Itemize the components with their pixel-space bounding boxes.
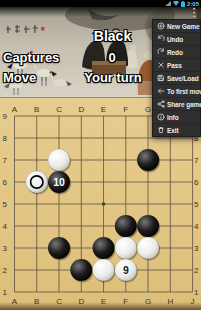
captures-value: 0 xyxy=(95,51,129,65)
battery-icon xyxy=(181,1,185,7)
svg-text:5: 5 xyxy=(3,200,8,209)
plus-circle-icon xyxy=(156,22,165,30)
svg-text:8: 8 xyxy=(3,134,8,143)
menu-item-undo[interactable]: Undo xyxy=(153,33,200,46)
menu-item-label: Share game xyxy=(167,101,201,108)
menu-item-label: Info xyxy=(167,114,179,121)
menu-item-to-first-move[interactable]: To first move xyxy=(153,85,200,98)
menu-item-new-game[interactable]: New Game xyxy=(153,20,200,33)
white-stone-F3 xyxy=(115,237,137,259)
svg-text:C: C xyxy=(56,297,62,306)
svg-text:A: A xyxy=(12,297,18,306)
svg-text:9: 9 xyxy=(3,112,8,121)
svg-text:7: 7 xyxy=(194,156,199,165)
move-number-label-C6: 10 xyxy=(53,176,65,188)
white-stone-B6 xyxy=(26,171,48,193)
svg-text:6: 6 xyxy=(194,178,199,187)
svg-text:E: E xyxy=(101,105,106,114)
move-label: Move xyxy=(3,71,36,85)
move-status: Your turn xyxy=(80,71,146,85)
menu-item-label: To first move xyxy=(167,88,201,95)
status-bar: 2:05 xyxy=(0,0,201,7)
overflow-menu-button[interactable]: ⋮ xyxy=(188,5,200,19)
info-icon xyxy=(156,113,165,121)
arrow-left-icon xyxy=(156,87,165,95)
overflow-menu: New GameUndoRedoPassSave/LoadTo first mo… xyxy=(152,19,201,137)
menu-item-label: Redo xyxy=(167,49,183,56)
white-stone-E2 xyxy=(93,259,115,281)
svg-text:E: E xyxy=(101,297,106,306)
menu-item-label: Exit xyxy=(167,127,179,134)
menu-item-info[interactable]: Info xyxy=(153,111,200,124)
player-name: Black xyxy=(80,29,145,43)
save-icon xyxy=(156,74,165,82)
black-stone-D2 xyxy=(70,259,92,281)
close-icon xyxy=(156,61,165,69)
svg-text:2: 2 xyxy=(3,266,8,275)
captures-label: Captures xyxy=(3,51,59,65)
app-screen: 2:05 xyxy=(0,0,201,310)
svg-text:G: G xyxy=(145,297,151,306)
svg-text:7: 7 xyxy=(3,156,8,165)
undo-icon xyxy=(156,35,165,43)
svg-text:A: A xyxy=(12,105,18,114)
white-stone-C7 xyxy=(48,149,70,171)
menu-item-save-load[interactable]: Save/Load xyxy=(153,72,200,85)
white-stone-G3 xyxy=(137,237,159,259)
menu-item-exit[interactable]: Exit xyxy=(153,124,200,136)
menu-item-label: Pass xyxy=(167,62,182,69)
svg-text:D: D xyxy=(78,297,84,306)
svg-text:1: 1 xyxy=(3,288,8,297)
svg-text:6: 6 xyxy=(3,178,8,187)
svg-text:D: D xyxy=(78,105,84,114)
redo-icon xyxy=(156,48,165,56)
svg-text:3: 3 xyxy=(194,244,199,253)
svg-text:4: 4 xyxy=(194,222,199,231)
svg-text:F: F xyxy=(123,105,128,114)
svg-text:F: F xyxy=(123,297,128,306)
menu-item-share-game[interactable]: Share game xyxy=(153,98,200,111)
svg-text:B: B xyxy=(34,105,39,114)
svg-text:H: H xyxy=(167,297,173,306)
black-stone-E3 xyxy=(93,237,115,259)
black-stone-G7 xyxy=(137,149,159,171)
wifi-icon xyxy=(173,1,179,6)
board-stones: 109 xyxy=(26,149,160,283)
menu-item-label: Undo xyxy=(167,36,183,43)
signal-icon xyxy=(165,1,171,6)
svg-text:1: 1 xyxy=(194,288,199,297)
svg-text:C: C xyxy=(56,105,62,114)
move-number-label-F2: 9 xyxy=(123,264,129,276)
svg-text:G: G xyxy=(145,105,151,114)
menu-item-redo[interactable]: Redo xyxy=(153,46,200,59)
black-stone-G4 xyxy=(137,215,159,237)
trash-icon xyxy=(156,126,165,134)
svg-text:3: 3 xyxy=(3,244,8,253)
menu-item-label: Save/Load xyxy=(167,75,199,82)
black-stone-F4 xyxy=(115,215,137,237)
svg-text:2: 2 xyxy=(194,266,199,275)
svg-text:5: 5 xyxy=(194,200,199,209)
menu-item-pass[interactable]: Pass xyxy=(153,59,200,72)
share-icon xyxy=(156,100,165,108)
svg-text:B: B xyxy=(34,297,39,306)
menu-item-label: New Game xyxy=(167,23,199,30)
svg-text:4: 4 xyxy=(3,222,8,231)
black-stone-C3 xyxy=(48,237,70,259)
svg-text:J: J xyxy=(191,297,195,306)
